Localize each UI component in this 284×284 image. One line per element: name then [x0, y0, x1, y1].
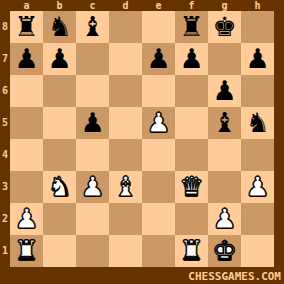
- rank-label-6: 6: [0, 75, 10, 107]
- square-d6[interactable]: [109, 75, 142, 107]
- black-pawn[interactable]: ♟: [212, 75, 236, 107]
- white-pawn[interactable]: ♟: [14, 203, 38, 235]
- square-c7[interactable]: [76, 43, 109, 75]
- square-d7[interactable]: [109, 43, 142, 75]
- square-g2[interactable]: ♟: [208, 203, 241, 235]
- black-pawn[interactable]: ♟: [146, 43, 170, 75]
- square-f4[interactable]: [175, 139, 208, 171]
- rank-label-2: 2: [0, 203, 10, 235]
- square-f5[interactable]: [175, 107, 208, 139]
- black-knight[interactable]: ♞: [245, 107, 269, 139]
- rank-label-7: 7: [0, 43, 10, 75]
- square-c6[interactable]: [76, 75, 109, 107]
- square-a8[interactable]: ♜: [10, 11, 43, 43]
- square-a6[interactable]: [10, 75, 43, 107]
- square-b3[interactable]: ♞: [43, 171, 76, 203]
- watermark: CHESSGAMES.COM: [188, 270, 281, 283]
- black-rook[interactable]: ♜: [179, 11, 203, 43]
- file-label-a: a: [10, 0, 43, 11]
- square-f7[interactable]: ♟: [175, 43, 208, 75]
- square-a1[interactable]: ♜: [10, 235, 43, 267]
- square-d4[interactable]: [109, 139, 142, 171]
- square-e8[interactable]: [142, 11, 175, 43]
- file-label-d: d: [109, 0, 142, 11]
- square-a3[interactable]: [10, 171, 43, 203]
- square-b1[interactable]: [43, 235, 76, 267]
- square-f6[interactable]: [175, 75, 208, 107]
- square-h4[interactable]: [241, 139, 274, 171]
- square-a5[interactable]: [10, 107, 43, 139]
- file-label-f: f: [175, 0, 208, 11]
- square-b2[interactable]: [43, 203, 76, 235]
- square-c1[interactable]: [76, 235, 109, 267]
- rank-label-1: 1: [0, 235, 10, 267]
- black-bishop[interactable]: ♝: [212, 107, 236, 139]
- square-d5[interactable]: [109, 107, 142, 139]
- black-pawn[interactable]: ♟: [14, 43, 38, 75]
- square-h7[interactable]: ♟: [241, 43, 274, 75]
- black-bishop[interactable]: ♝: [80, 11, 104, 43]
- black-rook[interactable]: ♜: [14, 11, 38, 43]
- white-king[interactable]: ♚: [212, 235, 236, 267]
- white-pawn[interactable]: ♟: [146, 107, 170, 139]
- file-label-e: e: [142, 0, 175, 11]
- square-d8[interactable]: [109, 11, 142, 43]
- square-g3[interactable]: [208, 171, 241, 203]
- square-e5[interactable]: ♟: [142, 107, 175, 139]
- square-e6[interactable]: [142, 75, 175, 107]
- square-e4[interactable]: [142, 139, 175, 171]
- square-h2[interactable]: [241, 203, 274, 235]
- black-knight[interactable]: ♞: [47, 11, 71, 43]
- square-c4[interactable]: [76, 139, 109, 171]
- black-pawn[interactable]: ♟: [179, 43, 203, 75]
- rank-label-4: 4: [0, 139, 10, 171]
- white-pawn[interactable]: ♟: [80, 171, 104, 203]
- square-b8[interactable]: ♞: [43, 11, 76, 43]
- square-b4[interactable]: [43, 139, 76, 171]
- white-pawn[interactable]: ♟: [245, 171, 269, 203]
- white-bishop[interactable]: ♝: [113, 171, 137, 203]
- rank-label-8: 8: [0, 11, 10, 43]
- square-h6[interactable]: [241, 75, 274, 107]
- square-d2[interactable]: [109, 203, 142, 235]
- square-b6[interactable]: [43, 75, 76, 107]
- file-label-g: g: [208, 0, 241, 11]
- square-a7[interactable]: ♟: [10, 43, 43, 75]
- square-a4[interactable]: [10, 139, 43, 171]
- square-f1[interactable]: ♜: [175, 235, 208, 267]
- square-e3[interactable]: [142, 171, 175, 203]
- square-g8[interactable]: ♚: [208, 11, 241, 43]
- black-pawn[interactable]: ♟: [245, 43, 269, 75]
- square-f2[interactable]: [175, 203, 208, 235]
- square-h1[interactable]: [241, 235, 274, 267]
- square-e7[interactable]: ♟: [142, 43, 175, 75]
- file-label-h: h: [241, 0, 274, 11]
- black-king[interactable]: ♚: [212, 11, 236, 43]
- file-label-b: b: [43, 0, 76, 11]
- square-e1[interactable]: [142, 235, 175, 267]
- white-queen[interactable]: ♛: [179, 171, 203, 203]
- square-b5[interactable]: [43, 107, 76, 139]
- white-rook[interactable]: ♜: [14, 235, 38, 267]
- square-d1[interactable]: [109, 235, 142, 267]
- chess-diagram: abcdefgh 87654321 ♜♞♝♜♚♟♟♟♟♟♟♟♟♝♞♞♟♝♛♟♟♟…: [0, 0, 284, 284]
- square-h8[interactable]: [241, 11, 274, 43]
- white-rook[interactable]: ♜: [179, 235, 203, 267]
- file-labels: abcdefgh: [10, 0, 274, 11]
- black-pawn[interactable]: ♟: [47, 43, 71, 75]
- rank-label-3: 3: [0, 171, 10, 203]
- square-g7[interactable]: [208, 43, 241, 75]
- square-h5[interactable]: ♞: [241, 107, 274, 139]
- square-b7[interactable]: ♟: [43, 43, 76, 75]
- square-d3[interactable]: ♝: [109, 171, 142, 203]
- rank-label-5: 5: [0, 107, 10, 139]
- square-e2[interactable]: [142, 203, 175, 235]
- square-h3[interactable]: ♟: [241, 171, 274, 203]
- square-a2[interactable]: ♟: [10, 203, 43, 235]
- black-pawn[interactable]: ♟: [80, 107, 104, 139]
- square-c5[interactable]: ♟: [76, 107, 109, 139]
- square-g5[interactable]: ♝: [208, 107, 241, 139]
- white-pawn[interactable]: ♟: [212, 203, 236, 235]
- square-g6[interactable]: ♟: [208, 75, 241, 107]
- square-f8[interactable]: ♜: [175, 11, 208, 43]
- square-c8[interactable]: ♝: [76, 11, 109, 43]
- file-label-c: c: [76, 0, 109, 11]
- white-knight[interactable]: ♞: [47, 171, 71, 203]
- square-g1[interactable]: ♚: [208, 235, 241, 267]
- rank-labels: 87654321: [0, 11, 10, 267]
- chess-board: ♜♞♝♜♚♟♟♟♟♟♟♟♟♝♞♞♟♝♛♟♟♟♜♜♚: [10, 11, 274, 267]
- square-g4[interactable]: [208, 139, 241, 171]
- square-c2[interactable]: [76, 203, 109, 235]
- square-c3[interactable]: ♟: [76, 171, 109, 203]
- square-f3[interactable]: ♛: [175, 171, 208, 203]
